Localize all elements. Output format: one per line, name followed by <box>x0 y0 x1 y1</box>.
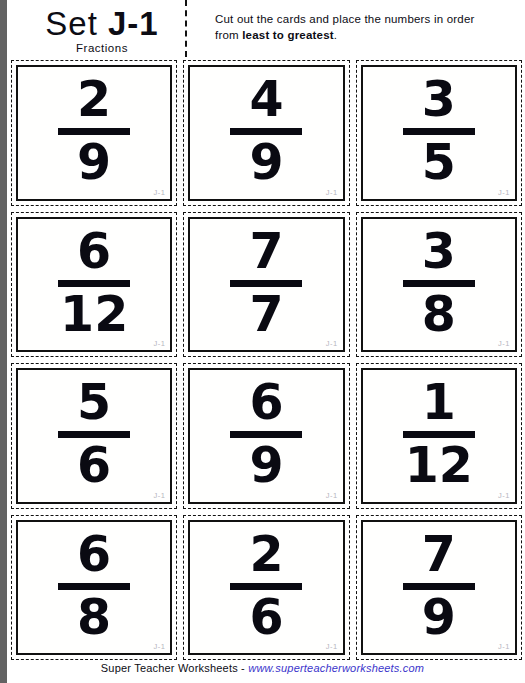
fraction-card-8: 6 9 J-1 <box>183 363 349 509</box>
worksheet-title-block: Set J-1 Fractions <box>18 6 186 54</box>
fraction-numerator: 2 <box>58 76 130 124</box>
card-inner: 5 6 J-1 <box>16 368 172 504</box>
fraction-numerator: 3 <box>403 228 475 276</box>
card-inner: 3 8 J-1 <box>361 217 517 353</box>
card-set-tag: J-1 <box>326 339 338 348</box>
fraction-denominator: 8 <box>58 594 130 642</box>
fraction: 1 12 <box>403 379 475 490</box>
fraction-denominator: 6 <box>58 442 130 490</box>
card-set-tag: J-1 <box>326 188 338 197</box>
card-set-tag: J-1 <box>153 188 165 197</box>
fraction: 6 12 <box>58 228 130 339</box>
fraction-denominator: 9 <box>58 139 130 187</box>
set-title-id: J-1 <box>108 5 159 42</box>
card-set-tag: J-1 <box>498 642 510 651</box>
fraction-numerator: 6 <box>58 228 130 276</box>
fraction-card-9: 1 12 J-1 <box>356 363 522 509</box>
fraction: 7 9 <box>403 531 475 642</box>
fraction-card-7: 5 6 J-1 <box>11 363 177 509</box>
fraction-card-1: 2 9 J-1 <box>11 60 177 206</box>
card-inner: 7 9 J-1 <box>361 520 517 656</box>
fraction-denominator: 12 <box>403 442 475 490</box>
fraction-denominator: 8 <box>403 291 475 339</box>
fraction-numerator: 5 <box>58 379 130 427</box>
fraction-numerator: 7 <box>403 531 475 579</box>
fraction-denominator: 9 <box>230 139 302 187</box>
card-set-tag: J-1 <box>498 491 510 500</box>
card-set-tag: J-1 <box>153 642 165 651</box>
fraction: 6 8 <box>58 531 130 642</box>
fraction-denominator: 12 <box>58 291 130 339</box>
card-inner: 6 9 J-1 <box>188 368 344 504</box>
instructions-line2-prefix: from <box>215 29 242 41</box>
fraction-numerator: 7 <box>230 228 302 276</box>
fraction-card-12: 7 9 J-1 <box>356 515 522 661</box>
fraction-numerator: 4 <box>230 76 302 124</box>
fraction-card-11: 2 6 J-1 <box>183 515 349 661</box>
fraction: 7 7 <box>230 228 302 339</box>
set-subtitle: Fractions <box>18 42 186 54</box>
fraction-card-grid: 2 9 J-1 4 9 J-1 3 5 J-1 <box>11 60 522 660</box>
card-inner: 1 12 J-1 <box>361 368 517 504</box>
instructions-line2-bold: least to greatest <box>242 29 334 41</box>
instructions-line2: from least to greatest. <box>215 27 515 43</box>
fraction: 2 9 <box>58 76 130 187</box>
footer: Super Teacher Worksheets - www.superteac… <box>0 662 525 674</box>
card-set-tag: J-1 <box>153 491 165 500</box>
card-inner: 7 7 J-1 <box>188 217 344 353</box>
fraction: 3 8 <box>403 228 475 339</box>
footer-site-link[interactable]: www.superteacherworksheets.com <box>248 662 424 674</box>
fraction-numerator: 6 <box>58 531 130 579</box>
fraction-numerator: 6 <box>230 379 302 427</box>
card-set-tag: J-1 <box>153 339 165 348</box>
fraction-denominator: 7 <box>230 291 302 339</box>
card-inner: 2 6 J-1 <box>188 520 344 656</box>
fraction-numerator: 2 <box>230 531 302 579</box>
card-inner: 3 5 J-1 <box>361 65 517 201</box>
fraction-numerator: 1 <box>403 379 475 427</box>
set-title: Set J-1 <box>18 6 186 42</box>
scan-edge-bar <box>0 0 7 683</box>
fraction-card-10: 6 8 J-1 <box>11 515 177 661</box>
card-inner: 6 8 J-1 <box>16 520 172 656</box>
fraction: 6 9 <box>230 379 302 490</box>
fraction-denominator: 5 <box>403 139 475 187</box>
card-inner: 2 9 J-1 <box>16 65 172 201</box>
instructions-text: Cut out the cards and place the numbers … <box>215 11 515 43</box>
card-set-tag: J-1 <box>326 642 338 651</box>
card-set-tag: J-1 <box>498 339 510 348</box>
fraction-card-2: 4 9 J-1 <box>183 60 349 206</box>
footer-brand-text: Super Teacher Worksheets - <box>101 662 248 674</box>
fraction-card-5: 7 7 J-1 <box>183 212 349 358</box>
fraction-numerator: 3 <box>403 76 475 124</box>
fraction: 5 6 <box>58 379 130 490</box>
fraction-denominator: 6 <box>230 594 302 642</box>
fraction: 4 9 <box>230 76 302 187</box>
fraction-card-3: 3 5 J-1 <box>356 60 522 206</box>
fraction-denominator: 9 <box>403 594 475 642</box>
card-inner: 4 9 J-1 <box>188 65 344 201</box>
card-set-tag: J-1 <box>498 188 510 197</box>
fraction: 2 6 <box>230 531 302 642</box>
instructions-line1: Cut out the cards and place the numbers … <box>215 11 515 27</box>
fraction-card-4: 6 12 J-1 <box>11 212 177 358</box>
instructions-line2-suffix: . <box>334 29 337 41</box>
header-divider-dashed-line <box>185 0 187 57</box>
fraction-card-6: 3 8 J-1 <box>356 212 522 358</box>
card-set-tag: J-1 <box>326 491 338 500</box>
fraction: 3 5 <box>403 76 475 187</box>
set-title-prefix: Set <box>45 5 108 42</box>
fraction-denominator: 9 <box>230 442 302 490</box>
card-inner: 6 12 J-1 <box>16 217 172 353</box>
